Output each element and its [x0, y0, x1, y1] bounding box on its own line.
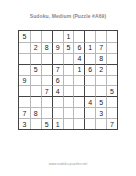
sudoku-cell-r3c5[interactable]	[63, 53, 74, 64]
sudoku-cell-r6c2[interactable]	[30, 85, 41, 96]
sudoku-cell-r9c4[interactable]: 1	[52, 118, 63, 129]
sudoku-cell-r7c3[interactable]	[41, 96, 52, 107]
sudoku-cell-r5c1[interactable]: 9	[19, 75, 30, 86]
sudoku-cell-r8c3[interactable]	[41, 107, 52, 118]
sudoku-cell-r7c4[interactable]	[52, 96, 63, 107]
sudoku-cell-r5c4[interactable]: 6	[52, 75, 63, 86]
sudoku-cell-r1c5[interactable]: 1	[63, 31, 74, 42]
sudoku-cell-r8c1[interactable]: 7	[19, 107, 30, 118]
sudoku-cell-r1c2[interactable]	[30, 31, 41, 42]
sudoku-cell-r2c2[interactable]: 2	[30, 42, 41, 53]
sudoku-cell-r9c7[interactable]	[84, 118, 95, 129]
sudoku-cell-r4c4[interactable]: 7	[52, 64, 63, 75]
sudoku-cell-r2c7[interactable]: 1	[84, 42, 95, 53]
sudoku-cell-r9c6[interactable]	[73, 118, 84, 129]
sudoku-cell-r4c1[interactable]	[19, 64, 30, 75]
sudoku-cell-r3c8[interactable]: 8	[95, 53, 106, 64]
sudoku-cell-r2c8[interactable]: 7	[95, 42, 106, 53]
sudoku-cell-r8c9[interactable]	[106, 107, 117, 118]
sudoku-cell-r3c3[interactable]	[41, 53, 52, 64]
sudoku-cell-r4c6[interactable]: 1	[73, 64, 84, 75]
sudoku-cell-r4c3[interactable]	[41, 64, 52, 75]
sudoku-cell-r6c4[interactable]: 4	[52, 85, 63, 96]
sudoku-cell-r5c7[interactable]	[84, 75, 95, 86]
sudoku-cell-r9c3[interactable]: 5	[41, 118, 52, 129]
sudoku-cell-r7c8[interactable]: 5	[95, 96, 106, 107]
sudoku-cell-r6c5[interactable]	[63, 85, 74, 96]
sudoku-cell-r9c5[interactable]	[63, 118, 74, 129]
sudoku-cell-r4c2[interactable]: 5	[30, 64, 41, 75]
puzzle-page: Sudoku, Medium (Puzzle #A69) 51289561748…	[0, 0, 136, 176]
sudoku-cell-r6c1[interactable]	[19, 85, 30, 96]
sudoku-cell-r8c6[interactable]	[73, 107, 84, 118]
sudoku-cell-r2c3[interactable]: 8	[41, 42, 52, 53]
sudoku-cell-r6c8[interactable]	[95, 85, 106, 96]
sudoku-cell-r8c7[interactable]	[84, 107, 95, 118]
sudoku-cell-r3c1[interactable]	[19, 53, 30, 64]
sudoku-cell-r5c8[interactable]	[95, 75, 106, 86]
sudoku-cell-r3c6[interactable]: 4	[73, 53, 84, 64]
sudoku-cell-r5c2[interactable]	[30, 75, 41, 86]
sudoku-cell-r7c7[interactable]: 4	[84, 96, 95, 107]
sudoku-cell-r1c7[interactable]	[84, 31, 95, 42]
sudoku-cell-r6c7[interactable]	[84, 85, 95, 96]
sudoku-cell-r1c9[interactable]	[106, 31, 117, 42]
sudoku-cell-r6c6[interactable]	[73, 85, 84, 96]
sudoku-cell-r3c9[interactable]	[106, 53, 117, 64]
sudoku-cell-r8c4[interactable]	[52, 107, 63, 118]
sudoku-cell-r5c3[interactable]	[41, 75, 52, 86]
sudoku-cell-r8c2[interactable]: 8	[30, 107, 41, 118]
sudoku-cell-r1c6[interactable]	[73, 31, 84, 42]
sudoku-cell-r2c6[interactable]: 6	[73, 42, 84, 53]
sudoku-cell-r2c9[interactable]	[106, 42, 117, 53]
sudoku-cell-r5c6[interactable]	[73, 75, 84, 86]
sudoku-cell-r3c2[interactable]	[30, 53, 41, 64]
sudoku-cell-r5c5[interactable]	[63, 75, 74, 86]
sudoku-cell-r5c9[interactable]	[106, 75, 117, 86]
sudoku-cell-r8c5[interactable]	[63, 107, 74, 118]
sudoku-cell-r4c8[interactable]: 2	[95, 64, 106, 75]
sudoku-cell-r8c8[interactable]: 3	[95, 107, 106, 118]
sudoku-cell-r9c1[interactable]: 3	[19, 118, 30, 129]
sudoku-cell-r9c8[interactable]	[95, 118, 106, 129]
sudoku-cell-r6c9[interactable]: 5	[106, 85, 117, 96]
sudoku-cell-r2c5[interactable]: 5	[63, 42, 74, 53]
sudoku-cell-r1c8[interactable]	[95, 31, 106, 42]
page-title: Sudoku, Medium (Puzzle #A69)	[0, 13, 136, 19]
sudoku-cell-r1c3[interactable]	[41, 31, 52, 42]
footer-url: www.sudoku-puzzles.net	[0, 162, 136, 166]
sudoku-cell-r7c6[interactable]	[73, 96, 84, 107]
sudoku-cell-r4c5[interactable]	[63, 64, 74, 75]
sudoku-cell-r9c2[interactable]	[30, 118, 41, 129]
sudoku-cell-r7c2[interactable]	[30, 96, 41, 107]
sudoku-cell-r7c9[interactable]	[106, 96, 117, 107]
sudoku-cell-r4c7[interactable]: 6	[84, 64, 95, 75]
sudoku-cell-r6c3[interactable]: 7	[41, 85, 52, 96]
sudoku-cell-r7c1[interactable]	[19, 96, 30, 107]
sudoku-cell-r3c7[interactable]	[84, 53, 95, 64]
sudoku-cell-r1c4[interactable]	[52, 31, 63, 42]
sudoku-cell-r3c4[interactable]	[52, 53, 63, 64]
sudoku-board: 512895617485716296745457833517	[18, 30, 118, 130]
sudoku-cell-r9c9[interactable]: 7	[106, 118, 117, 129]
sudoku-cell-r7c5[interactable]	[63, 96, 74, 107]
sudoku-cell-r4c9[interactable]	[106, 64, 117, 75]
sudoku-cell-r1c1[interactable]: 5	[19, 31, 30, 42]
sudoku-cell-r2c1[interactable]	[19, 42, 30, 53]
sudoku-cell-r2c4[interactable]: 9	[52, 42, 63, 53]
